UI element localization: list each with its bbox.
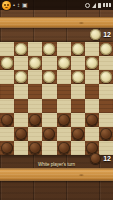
board-square[interactable]	[0, 84, 14, 98]
screenshot-icon: ▣	[22, 0, 28, 10]
smiley-app-icon	[2, 1, 11, 10]
board-square[interactable]	[85, 99, 99, 113]
dark-pieces-count: 12	[103, 155, 111, 162]
light-piece[interactable]	[58, 57, 70, 69]
board-square[interactable]	[28, 70, 42, 84]
dark-piece[interactable]	[15, 128, 27, 140]
notification-dot-icon: •	[13, 0, 15, 10]
board-square[interactable]	[99, 70, 113, 84]
bottom-plank-banner	[0, 168, 113, 181]
board-square[interactable]	[99, 42, 113, 56]
board-square[interactable]	[28, 113, 42, 127]
status-bar-left: • ↕ ▣	[13, 0, 28, 10]
board-square[interactable]	[71, 99, 85, 113]
board-square[interactable]	[71, 42, 85, 56]
board-square[interactable]	[57, 84, 71, 98]
board-square[interactable]	[71, 84, 85, 98]
board-square[interactable]	[85, 84, 99, 98]
board-square[interactable]	[57, 113, 71, 127]
status-bar-right	[85, 3, 111, 8]
board-square[interactable]	[71, 56, 85, 70]
dark-piece[interactable]	[43, 128, 55, 140]
board-square[interactable]	[99, 99, 113, 113]
board-square[interactable]	[85, 56, 99, 70]
light-piece[interactable]	[15, 43, 27, 55]
board-square[interactable]	[85, 113, 99, 127]
light-piece[interactable]	[72, 43, 84, 55]
board-square[interactable]	[42, 127, 56, 141]
dark-piece[interactable]	[86, 114, 98, 126]
board-square[interactable]	[57, 99, 71, 113]
board-square[interactable]	[99, 113, 113, 127]
dark-piece[interactable]	[1, 114, 13, 126]
dark-piece[interactable]	[29, 114, 41, 126]
board-square[interactable]	[0, 113, 14, 127]
board-square[interactable]	[85, 42, 99, 56]
board-square[interactable]	[42, 84, 56, 98]
board-square[interactable]	[85, 127, 99, 141]
status-bar: • ↕ ▣	[0, 0, 113, 10]
board-square[interactable]	[99, 84, 113, 98]
board-square[interactable]	[28, 42, 42, 56]
dark-piece[interactable]	[58, 114, 70, 126]
board-square[interactable]	[14, 70, 28, 84]
light-piece[interactable]	[29, 57, 41, 69]
light-pieces-counter: 12	[90, 28, 111, 40]
board-square[interactable]	[0, 42, 14, 56]
dark-piece[interactable]	[1, 142, 13, 154]
usb-icon: ↕	[17, 0, 20, 10]
board-square[interactable]	[0, 127, 14, 141]
board-square[interactable]	[85, 70, 99, 84]
signal-strength-icon	[92, 3, 96, 8]
board-square[interactable]	[14, 141, 28, 155]
board-square[interactable]	[99, 127, 113, 141]
light-pieces-count: 12	[103, 31, 111, 38]
board-square[interactable]	[14, 84, 28, 98]
board	[0, 42, 113, 155]
board-square[interactable]	[28, 56, 42, 70]
board-square[interactable]	[14, 42, 28, 56]
dark-piece[interactable]	[29, 142, 41, 154]
board-square[interactable]	[71, 70, 85, 84]
light-piece[interactable]	[86, 57, 98, 69]
dark-piece[interactable]	[100, 128, 112, 140]
light-piece[interactable]	[100, 43, 112, 55]
board-square[interactable]	[57, 141, 71, 155]
board-square[interactable]	[42, 42, 56, 56]
board-square[interactable]	[42, 56, 56, 70]
board-square[interactable]	[42, 141, 56, 155]
dark-piece[interactable]	[58, 142, 70, 154]
battery-icon	[98, 3, 101, 8]
top-plank-banner	[0, 17, 113, 28]
board-square[interactable]	[71, 141, 85, 155]
light-piece[interactable]	[43, 43, 55, 55]
board-square[interactable]	[57, 70, 71, 84]
board-square[interactable]	[57, 42, 71, 56]
light-piece[interactable]	[15, 71, 27, 83]
board-square[interactable]	[14, 99, 28, 113]
status-text	[103, 3, 111, 7]
board-square[interactable]	[57, 56, 71, 70]
light-piece[interactable]	[100, 71, 112, 83]
board-square[interactable]	[0, 56, 14, 70]
board-square[interactable]	[0, 99, 14, 113]
checkers-app-screen: • ↕ ▣ 12 12 White player's turn	[0, 0, 113, 200]
alarm-clock-icon	[85, 3, 90, 8]
board-square[interactable]	[0, 70, 14, 84]
light-piece[interactable]	[1, 57, 13, 69]
board-square[interactable]	[42, 113, 56, 127]
board-square[interactable]	[42, 70, 56, 84]
board-square[interactable]	[28, 127, 42, 141]
dark-piece[interactable]	[72, 128, 84, 140]
board-square[interactable]	[28, 141, 42, 155]
board-square[interactable]	[14, 56, 28, 70]
light-checker-icon	[90, 29, 101, 40]
light-piece[interactable]	[72, 71, 84, 83]
board-square[interactable]	[42, 99, 56, 113]
turn-indicator-text: White player's turn	[0, 162, 113, 167]
board-square[interactable]	[14, 127, 28, 141]
board-square[interactable]	[28, 99, 42, 113]
board-square[interactable]	[0, 141, 14, 155]
board-square[interactable]	[71, 113, 85, 127]
board-square[interactable]	[28, 84, 42, 98]
board-square[interactable]	[71, 127, 85, 141]
board-square[interactable]	[14, 113, 28, 127]
board-square[interactable]	[57, 127, 71, 141]
light-piece[interactable]	[43, 71, 55, 83]
board-square[interactable]	[99, 56, 113, 70]
